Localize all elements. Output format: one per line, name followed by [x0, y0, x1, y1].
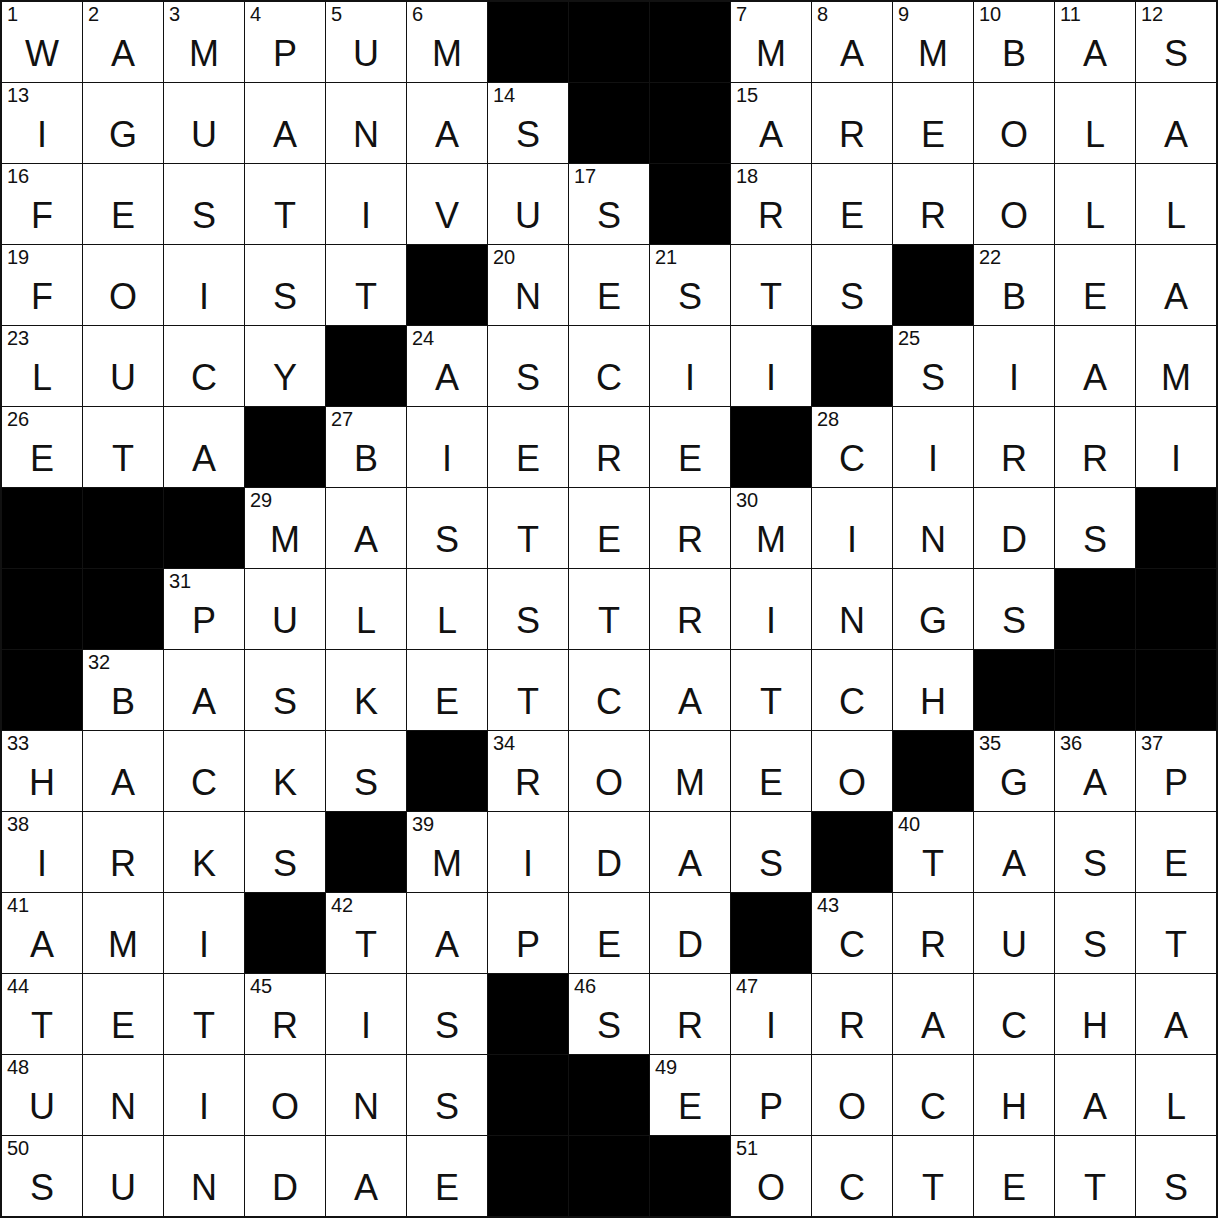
- cell-letter: E: [407, 684, 487, 720]
- cell-letter: I: [2, 117, 82, 153]
- cell-r3c5[interactable]: I: [326, 164, 406, 244]
- cell-r10c5[interactable]: S: [326, 731, 406, 811]
- cell-letter: P: [731, 1089, 811, 1125]
- cell-r7c9[interactable]: R: [650, 488, 730, 568]
- cell-r3c6[interactable]: V: [407, 164, 487, 244]
- cell-letter: O: [569, 765, 649, 801]
- cell-r4c5[interactable]: T: [326, 245, 406, 325]
- cell-letter: I: [164, 927, 244, 963]
- cell-r2c4[interactable]: A: [245, 83, 325, 163]
- cell-r2c13[interactable]: O: [974, 83, 1054, 163]
- cell-letter: A: [1136, 117, 1216, 153]
- cell-r3c4[interactable]: T: [245, 164, 325, 244]
- cell-r2c3[interactable]: U: [164, 83, 244, 163]
- cell-letter: T: [488, 522, 568, 558]
- cell-r8c4[interactable]: U: [245, 569, 325, 649]
- cell-r12c12[interactable]: R: [893, 893, 973, 973]
- cell-r11c9[interactable]: A: [650, 812, 730, 892]
- cell-r3c11[interactable]: E: [812, 164, 892, 244]
- cell-letter: M: [83, 927, 163, 963]
- cell-r2c6[interactable]: A: [407, 83, 487, 163]
- cell-letter: O: [245, 1089, 325, 1125]
- cell-letter: A: [1055, 1089, 1135, 1125]
- cell-r11c12[interactable]: 40T: [893, 812, 973, 892]
- cell-r12c15[interactable]: T: [1136, 893, 1216, 973]
- cell-r10c11[interactable]: O: [812, 731, 892, 811]
- cell-r10c9[interactable]: M: [650, 731, 730, 811]
- cell-r9c2[interactable]: 32B: [83, 650, 163, 730]
- cell-r1c1[interactable]: 1W: [2, 2, 82, 82]
- cell-r1c2[interactable]: 2A: [83, 2, 163, 82]
- clue-number: 51: [736, 1137, 758, 1159]
- cell-r15c2[interactable]: U: [83, 1136, 163, 1216]
- cell-letter: S: [1055, 522, 1135, 558]
- cell-r2c15[interactable]: A: [1136, 83, 1216, 163]
- cell-r10c10[interactable]: E: [731, 731, 811, 811]
- cell-letter: E: [974, 1170, 1054, 1206]
- cell-r6c3[interactable]: A: [164, 407, 244, 487]
- cell-r6c7[interactable]: E: [488, 407, 568, 487]
- cell-r4c10[interactable]: T: [731, 245, 811, 325]
- cell-letter: S: [245, 279, 325, 315]
- cell-letter: R: [893, 927, 973, 963]
- cell-r14c2[interactable]: N: [83, 1055, 163, 1135]
- cell-r12c13[interactable]: U: [974, 893, 1054, 973]
- cell-letter: T: [893, 846, 973, 882]
- cell-letter: I: [326, 1008, 406, 1044]
- cell-letter: R: [569, 441, 649, 477]
- cell-letter: S: [407, 1089, 487, 1125]
- clue-number: 33: [7, 732, 29, 754]
- cell-r13c6[interactable]: S: [407, 974, 487, 1054]
- cell-r14c3[interactable]: I: [164, 1055, 244, 1135]
- cell-letter: A: [326, 1170, 406, 1206]
- cell-letter: O: [974, 198, 1054, 234]
- cell-r15c15[interactable]: S: [1136, 1136, 1216, 1216]
- cell-letter: M: [731, 522, 811, 558]
- cell-r15c1[interactable]: 50S: [2, 1136, 82, 1216]
- clue-number: 1: [7, 3, 18, 25]
- cell-r3c15[interactable]: L: [1136, 164, 1216, 244]
- black-cell-r7c1: [2, 488, 82, 568]
- cell-r14c12[interactable]: C: [893, 1055, 973, 1135]
- cell-r12c11[interactable]: 43C: [812, 893, 892, 973]
- cell-r1c6[interactable]: 6M: [407, 2, 487, 82]
- cell-r15c3[interactable]: N: [164, 1136, 244, 1216]
- cell-letter: T: [569, 603, 649, 639]
- cell-r1c13[interactable]: 10B: [974, 2, 1054, 82]
- cell-letter: S: [488, 360, 568, 396]
- cell-r8c9[interactable]: R: [650, 569, 730, 649]
- cell-r1c14[interactable]: 11A: [1055, 2, 1135, 82]
- cell-letter: C: [812, 441, 892, 477]
- cell-letter: E: [1136, 846, 1216, 882]
- cell-letter: K: [164, 846, 244, 882]
- cell-r9c8[interactable]: C: [569, 650, 649, 730]
- clue-number: 5: [331, 3, 342, 25]
- cell-r6c13[interactable]: R: [974, 407, 1054, 487]
- cell-r2c14[interactable]: L: [1055, 83, 1135, 163]
- cell-r15c4[interactable]: D: [245, 1136, 325, 1216]
- cell-r8c6[interactable]: L: [407, 569, 487, 649]
- black-cell-r15c8: [569, 1136, 649, 1216]
- cell-letter: I: [974, 360, 1054, 396]
- cell-r10c1[interactable]: 33H: [2, 731, 82, 811]
- cell-letter: R: [650, 522, 730, 558]
- cell-r3c3[interactable]: S: [164, 164, 244, 244]
- cell-r8c7[interactable]: S: [488, 569, 568, 649]
- cell-letter: T: [83, 441, 163, 477]
- cell-r7c14[interactable]: S: [1055, 488, 1135, 568]
- cell-r4c15[interactable]: A: [1136, 245, 1216, 325]
- cell-r4c9[interactable]: 21S: [650, 245, 730, 325]
- cell-r14c15[interactable]: L: [1136, 1055, 1216, 1135]
- cell-r12c3[interactable]: I: [164, 893, 244, 973]
- clue-number: 27: [331, 408, 353, 430]
- cell-letter: D: [569, 846, 649, 882]
- cell-r4c7[interactable]: 20N: [488, 245, 568, 325]
- cell-r13c11[interactable]: R: [812, 974, 892, 1054]
- cell-letter: E: [488, 441, 568, 477]
- cell-letter: C: [569, 684, 649, 720]
- cell-r13c13[interactable]: C: [974, 974, 1054, 1054]
- black-cell-r4c12: [893, 245, 973, 325]
- cell-r6c12[interactable]: I: [893, 407, 973, 487]
- cell-letter: T: [245, 198, 325, 234]
- cell-r1c15[interactable]: 12S: [1136, 2, 1216, 82]
- cell-r4c3[interactable]: I: [164, 245, 244, 325]
- cell-r2c12[interactable]: E: [893, 83, 973, 163]
- cell-r5c14[interactable]: A: [1055, 326, 1135, 406]
- cell-r9c6[interactable]: E: [407, 650, 487, 730]
- cell-r10c15[interactable]: 37P: [1136, 731, 1216, 811]
- clue-number: 37: [1141, 732, 1163, 754]
- cell-r7c11[interactable]: I: [812, 488, 892, 568]
- cell-r3c8[interactable]: 17S: [569, 164, 649, 244]
- cell-r7c6[interactable]: S: [407, 488, 487, 568]
- cell-r2c2[interactable]: G: [83, 83, 163, 163]
- cell-r7c10[interactable]: 30M: [731, 488, 811, 568]
- cell-r1c12[interactable]: 9M: [893, 2, 973, 82]
- clue-number: 15: [736, 84, 758, 106]
- cell-r6c2[interactable]: T: [83, 407, 163, 487]
- cell-r15c5[interactable]: A: [326, 1136, 406, 1216]
- cell-letter: I: [731, 360, 811, 396]
- cell-r3c13[interactable]: O: [974, 164, 1054, 244]
- cell-r6c1[interactable]: 26E: [2, 407, 82, 487]
- cell-r12c8[interactable]: E: [569, 893, 649, 973]
- cell-letter: B: [326, 441, 406, 477]
- cell-r3c2[interactable]: E: [83, 164, 163, 244]
- cell-letter: R: [731, 198, 811, 234]
- cell-letter: N: [164, 1170, 244, 1206]
- cell-letter: I: [893, 441, 973, 477]
- cell-letter: S: [2, 1170, 82, 1206]
- cell-r5c15[interactable]: M: [1136, 326, 1216, 406]
- cell-r13c1[interactable]: 44T: [2, 974, 82, 1054]
- cell-r10c13[interactable]: 35G: [974, 731, 1054, 811]
- cell-letter: O: [731, 1170, 811, 1206]
- cell-r4c4[interactable]: S: [245, 245, 325, 325]
- cell-r8c12[interactable]: G: [893, 569, 973, 649]
- cell-r3c12[interactable]: R: [893, 164, 973, 244]
- cell-r15c12[interactable]: T: [893, 1136, 973, 1216]
- cell-r9c5[interactable]: K: [326, 650, 406, 730]
- cell-r11c7[interactable]: I: [488, 812, 568, 892]
- cell-letter: S: [569, 1008, 649, 1044]
- cell-r14c14[interactable]: A: [1055, 1055, 1135, 1135]
- cell-r13c2[interactable]: E: [83, 974, 163, 1054]
- cell-r10c4[interactable]: K: [245, 731, 325, 811]
- cell-r12c6[interactable]: A: [407, 893, 487, 973]
- cell-letter: R: [83, 846, 163, 882]
- cell-r5c4[interactable]: Y: [245, 326, 325, 406]
- cell-r14c1[interactable]: 48U: [2, 1055, 82, 1135]
- cell-letter: D: [650, 927, 730, 963]
- cell-r15c13[interactable]: E: [974, 1136, 1054, 1216]
- cell-r5c8[interactable]: C: [569, 326, 649, 406]
- cell-r14c6[interactable]: S: [407, 1055, 487, 1135]
- cell-r11c4[interactable]: S: [245, 812, 325, 892]
- cell-letter: C: [569, 360, 649, 396]
- clue-number: 22: [979, 246, 1001, 268]
- cell-r11c13[interactable]: A: [974, 812, 1054, 892]
- cell-letter: P: [488, 927, 568, 963]
- cell-r5c13[interactable]: I: [974, 326, 1054, 406]
- cell-r14c10[interactable]: P: [731, 1055, 811, 1135]
- cell-r6c15[interactable]: I: [1136, 407, 1216, 487]
- cell-r11c15[interactable]: E: [1136, 812, 1216, 892]
- cell-letter: A: [164, 441, 244, 477]
- cell-r3c14[interactable]: L: [1055, 164, 1135, 244]
- cell-r15c10[interactable]: 51O: [731, 1136, 811, 1216]
- cell-r3c10[interactable]: 18R: [731, 164, 811, 244]
- cell-r1c3[interactable]: 3M: [164, 2, 244, 82]
- cell-r5c2[interactable]: U: [83, 326, 163, 406]
- cell-r9c9[interactable]: A: [650, 650, 730, 730]
- cell-r8c11[interactable]: N: [812, 569, 892, 649]
- cell-r13c8[interactable]: 46S: [569, 974, 649, 1054]
- cell-r6c5[interactable]: 27B: [326, 407, 406, 487]
- cell-letter: A: [974, 846, 1054, 882]
- cell-r14c13[interactable]: H: [974, 1055, 1054, 1135]
- cell-letter: C: [164, 360, 244, 396]
- cell-r10c3[interactable]: C: [164, 731, 244, 811]
- clue-number: 23: [7, 327, 29, 349]
- cell-r7c8[interactable]: E: [569, 488, 649, 568]
- cell-r11c6[interactable]: 39M: [407, 812, 487, 892]
- cell-r10c8[interactable]: O: [569, 731, 649, 811]
- cell-r4c14[interactable]: E: [1055, 245, 1135, 325]
- cell-r5c12[interactable]: 25S: [893, 326, 973, 406]
- cell-r9c7[interactable]: T: [488, 650, 568, 730]
- cell-r6c8[interactable]: R: [569, 407, 649, 487]
- clue-number: 7: [736, 3, 747, 25]
- cell-r12c2[interactable]: M: [83, 893, 163, 973]
- cell-r8c8[interactable]: T: [569, 569, 649, 649]
- cell-r1c10[interactable]: 7M: [731, 2, 811, 82]
- cell-letter: O: [974, 117, 1054, 153]
- cell-r8c13[interactable]: S: [974, 569, 1054, 649]
- cell-letter: S: [1136, 36, 1216, 72]
- clue-number: 44: [7, 975, 29, 997]
- cell-letter: Y: [245, 360, 325, 396]
- cell-r13c3[interactable]: T: [164, 974, 244, 1054]
- cell-r1c11[interactable]: 8A: [812, 2, 892, 82]
- cell-r3c1[interactable]: 16F: [2, 164, 82, 244]
- cell-letter: L: [2, 360, 82, 396]
- cell-r7c13[interactable]: D: [974, 488, 1054, 568]
- cell-r11c2[interactable]: R: [83, 812, 163, 892]
- cell-r6c9[interactable]: E: [650, 407, 730, 487]
- cell-r5c6[interactable]: 24A: [407, 326, 487, 406]
- cell-letter: C: [812, 1170, 892, 1206]
- cell-r4c8[interactable]: E: [569, 245, 649, 325]
- cell-r13c4[interactable]: 45R: [245, 974, 325, 1054]
- cell-r14c9[interactable]: 49E: [650, 1055, 730, 1135]
- cell-r9c10[interactable]: T: [731, 650, 811, 730]
- cell-r15c14[interactable]: T: [1055, 1136, 1135, 1216]
- cell-r11c8[interactable]: D: [569, 812, 649, 892]
- cell-r14c11[interactable]: O: [812, 1055, 892, 1135]
- clue-number: 3: [169, 3, 180, 25]
- black-cell-r8c2: [83, 569, 163, 649]
- cell-r11c10[interactable]: S: [731, 812, 811, 892]
- cell-r5c3[interactable]: C: [164, 326, 244, 406]
- cell-letter: K: [326, 684, 406, 720]
- cell-r2c11[interactable]: R: [812, 83, 892, 163]
- cell-r13c10[interactable]: 47I: [731, 974, 811, 1054]
- cell-r6c11[interactable]: 28C: [812, 407, 892, 487]
- cell-r3c7[interactable]: U: [488, 164, 568, 244]
- cell-letter: T: [1055, 1170, 1135, 1206]
- cell-r12c1[interactable]: 41A: [2, 893, 82, 973]
- cell-r2c7[interactable]: 14S: [488, 83, 568, 163]
- clue-number: 8: [817, 3, 828, 25]
- cell-r5c10[interactable]: I: [731, 326, 811, 406]
- cell-r10c2[interactable]: A: [83, 731, 163, 811]
- cell-r13c15[interactable]: A: [1136, 974, 1216, 1054]
- cell-r15c11[interactable]: C: [812, 1136, 892, 1216]
- cell-r9c11[interactable]: C: [812, 650, 892, 730]
- cell-letter: A: [812, 36, 892, 72]
- cell-r2c10[interactable]: 15A: [731, 83, 811, 163]
- cell-r13c14[interactable]: H: [1055, 974, 1135, 1054]
- cell-letter: E: [1055, 279, 1135, 315]
- cell-r6c6[interactable]: I: [407, 407, 487, 487]
- cell-letter: A: [1136, 1008, 1216, 1044]
- cell-r9c4[interactable]: S: [245, 650, 325, 730]
- cell-r5c1[interactable]: 23L: [2, 326, 82, 406]
- cell-letter: R: [245, 1008, 325, 1044]
- crossword-board: 1W2A3M4P5U6M7M8A9M10B11A12S13IGUANA14S15…: [0, 0, 1218, 1218]
- cell-letter: S: [893, 360, 973, 396]
- cell-r4c1[interactable]: 19F: [2, 245, 82, 325]
- cell-r8c5[interactable]: L: [326, 569, 406, 649]
- cell-r1c4[interactable]: 4P: [245, 2, 325, 82]
- cell-letter: A: [164, 684, 244, 720]
- cell-r11c14[interactable]: S: [1055, 812, 1135, 892]
- cell-r11c3[interactable]: K: [164, 812, 244, 892]
- clue-number: 11: [1060, 3, 1081, 25]
- cell-r7c7[interactable]: T: [488, 488, 568, 568]
- cell-letter: A: [1055, 36, 1135, 72]
- cell-r8c10[interactable]: I: [731, 569, 811, 649]
- cell-letter: A: [83, 36, 163, 72]
- cell-r2c1[interactable]: 13I: [2, 83, 82, 163]
- cell-r6c14[interactable]: R: [1055, 407, 1135, 487]
- cell-r2c5[interactable]: N: [326, 83, 406, 163]
- cell-letter: E: [2, 441, 82, 477]
- cell-r7c5[interactable]: A: [326, 488, 406, 568]
- cell-letter: D: [974, 522, 1054, 558]
- clue-number: 31: [169, 570, 191, 592]
- cell-letter: S: [650, 279, 730, 315]
- cell-r14c5[interactable]: N: [326, 1055, 406, 1135]
- cell-letter: A: [2, 927, 82, 963]
- cell-r15c6[interactable]: E: [407, 1136, 487, 1216]
- cell-r8c3[interactable]: 31P: [164, 569, 244, 649]
- clue-number: 19: [7, 246, 29, 268]
- cell-letter: R: [974, 441, 1054, 477]
- cell-r12c9[interactable]: D: [650, 893, 730, 973]
- cell-letter: T: [326, 279, 406, 315]
- cell-r11c1[interactable]: 38I: [2, 812, 82, 892]
- cell-r5c7[interactable]: S: [488, 326, 568, 406]
- cell-letter: E: [569, 279, 649, 315]
- cell-letter: M: [893, 36, 973, 72]
- cell-r4c13[interactable]: 22B: [974, 245, 1054, 325]
- cell-letter: N: [893, 522, 973, 558]
- cell-letter: E: [569, 522, 649, 558]
- clue-number: 45: [250, 975, 272, 997]
- cell-letter: H: [974, 1089, 1054, 1125]
- cell-r1c5[interactable]: 5U: [326, 2, 406, 82]
- cell-letter: T: [2, 1008, 82, 1044]
- cell-letter: R: [812, 1008, 892, 1044]
- cell-letter: S: [488, 603, 568, 639]
- clue-number: 28: [817, 408, 839, 430]
- cell-r12c5[interactable]: 42T: [326, 893, 406, 973]
- cell-r12c7[interactable]: P: [488, 893, 568, 973]
- cell-r7c12[interactable]: N: [893, 488, 973, 568]
- cell-r13c9[interactable]: R: [650, 974, 730, 1054]
- cell-letter: E: [650, 1089, 730, 1125]
- cell-r14c4[interactable]: O: [245, 1055, 325, 1135]
- clue-number: 9: [898, 3, 909, 25]
- cell-r12c14[interactable]: S: [1055, 893, 1135, 973]
- cell-r5c9[interactable]: I: [650, 326, 730, 406]
- cell-r13c12[interactable]: A: [893, 974, 973, 1054]
- cell-letter: S: [974, 603, 1054, 639]
- cell-r4c2[interactable]: O: [83, 245, 163, 325]
- black-cell-r11c5: [326, 812, 406, 892]
- cell-letter: S: [326, 765, 406, 801]
- cell-r10c14[interactable]: 36A: [1055, 731, 1135, 811]
- cell-r9c3[interactable]: A: [164, 650, 244, 730]
- clue-number: 18: [736, 165, 758, 187]
- cell-r4c11[interactable]: S: [812, 245, 892, 325]
- cell-r13c5[interactable]: I: [326, 974, 406, 1054]
- cell-letter: C: [812, 684, 892, 720]
- black-cell-r7c2: [83, 488, 163, 568]
- cell-r7c4[interactable]: 29M: [245, 488, 325, 568]
- cell-letter: P: [1136, 765, 1216, 801]
- cell-letter: A: [893, 1008, 973, 1044]
- cell-r9c12[interactable]: H: [893, 650, 973, 730]
- cell-letter: E: [407, 1170, 487, 1206]
- cell-r10c7[interactable]: 34R: [488, 731, 568, 811]
